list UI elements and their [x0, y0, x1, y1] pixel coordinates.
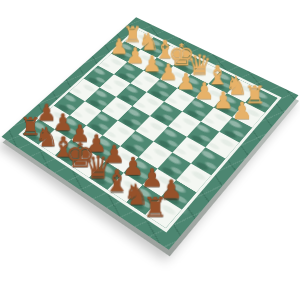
- white-rook: ♜: [116, 24, 149, 46]
- playfield: ♜♞♝♚♛♝♞♜♟♟♟♟♟♟♟♟♟♟♟♟♟♟♟♟♜♞♝♚♛♝♞♜: [18, 27, 281, 232]
- chess-set-photo: ♜♞♝♚♛♝♞♜♟♟♟♟♟♟♟♟♟♟♟♟♟♟♟♟♜♞♝♚♛♝♞♜: [0, 0, 300, 300]
- board-marble-border: ♜♞♝♚♛♝♞♜♟♟♟♟♟♟♟♟♟♟♟♟♟♟♟♟♜♞♝♚♛♝♞♜: [2, 17, 299, 250]
- chess-board: ♜♞♝♚♛♝♞♜♟♟♟♟♟♟♟♟♟♟♟♟♟♟♟♟♜♞♝♚♛♝♞♜: [2, 17, 299, 250]
- black-rook: ♜: [12, 115, 49, 139]
- square: ♞: [38, 129, 70, 155]
